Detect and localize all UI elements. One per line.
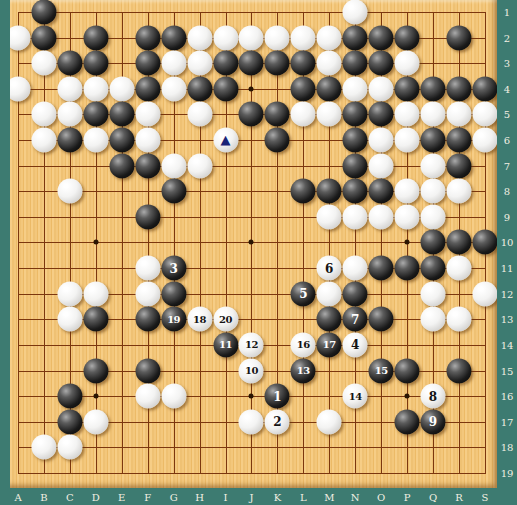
stone-M8[interactable] (317, 179, 342, 204)
stone-P3[interactable] (395, 51, 420, 76)
stone-J2[interactable] (239, 25, 264, 50)
stone-M2[interactable] (317, 25, 342, 50)
move-number: 18 (193, 314, 206, 324)
stone-L8[interactable] (291, 179, 316, 204)
stone-B1[interactable] (31, 0, 56, 25)
stone-B3[interactable] (31, 51, 56, 76)
stone-P9[interactable] (395, 204, 420, 229)
go-board[interactable]: ▲3651918207111216174101315114829 (0, 0, 497, 488)
stone-K16[interactable]: 1 (265, 384, 290, 409)
stone-P8[interactable] (395, 179, 420, 204)
move-number: 9 (429, 416, 437, 428)
move-number: 3 (169, 262, 177, 274)
stone-H7[interactable] (187, 153, 212, 178)
stone-Q10[interactable] (421, 230, 446, 255)
stone-R15[interactable] (446, 358, 471, 383)
column-label-S: S (481, 492, 488, 503)
row-label-2: 2 (504, 32, 510, 43)
stone-N13[interactable]: 7 (343, 307, 368, 332)
stone-F13[interactable] (135, 307, 160, 332)
stone-P17[interactable] (395, 409, 420, 434)
stone-I14[interactable]: 11 (213, 332, 238, 357)
stone-G7[interactable] (161, 153, 186, 178)
stone-Q9[interactable] (421, 204, 446, 229)
stone-S12[interactable] (472, 281, 497, 306)
column-label-E: E (118, 492, 125, 503)
stone-C4[interactable] (57, 76, 82, 101)
star-point (405, 394, 410, 399)
move-number: 15 (375, 366, 388, 376)
stone-L5[interactable] (291, 102, 316, 127)
move-number: 17 (323, 340, 336, 350)
stone-L2[interactable] (291, 25, 316, 50)
row-label-5: 5 (504, 109, 510, 120)
move-number: 1 (273, 390, 281, 402)
move-number: 20 (219, 314, 232, 324)
stone-C3[interactable] (57, 51, 82, 76)
stone-G4[interactable] (161, 76, 186, 101)
stone-J5[interactable] (239, 102, 264, 127)
stone-F5[interactable] (135, 102, 160, 127)
stone-N14[interactable]: 4 (343, 332, 368, 357)
stone-N8[interactable] (343, 179, 368, 204)
board-frame-left (0, 0, 10, 488)
stone-B18[interactable] (31, 435, 56, 460)
stone-F7[interactable] (135, 153, 160, 178)
stone-D5[interactable] (83, 102, 108, 127)
stone-P11[interactable] (395, 256, 420, 281)
stone-Q11[interactable] (421, 256, 446, 281)
stone-R13[interactable] (446, 307, 471, 332)
stone-C5[interactable] (57, 102, 82, 127)
row-label-4: 4 (504, 83, 510, 94)
stone-B2[interactable] (31, 25, 56, 50)
column-label-C: C (66, 492, 74, 503)
stone-R8[interactable] (446, 179, 471, 204)
column-label-F: F (144, 492, 151, 503)
stone-J3[interactable] (239, 51, 264, 76)
stone-K5[interactable] (265, 102, 290, 127)
star-point (405, 240, 410, 245)
stone-J17[interactable] (239, 409, 264, 434)
stone-Q7[interactable] (421, 153, 446, 178)
star-point (249, 86, 254, 91)
stone-L14[interactable]: 16 (291, 332, 316, 357)
stone-K2[interactable] (265, 25, 290, 50)
stone-L4[interactable] (291, 76, 316, 101)
stone-D15[interactable] (83, 358, 108, 383)
column-label-O: O (377, 492, 385, 503)
row-label-1: 1 (504, 7, 510, 18)
stone-I4[interactable] (213, 76, 238, 101)
column-label-G: G (170, 492, 178, 503)
stone-G11[interactable]: 3 (161, 256, 186, 281)
stone-L3[interactable] (291, 51, 316, 76)
column-label-L: L (300, 492, 307, 503)
stone-C16[interactable] (57, 384, 82, 409)
stone-Q13[interactable] (421, 307, 446, 332)
stone-I13[interactable]: 20 (213, 307, 238, 332)
stone-J15[interactable]: 10 (239, 358, 264, 383)
stone-O7[interactable] (369, 153, 394, 178)
stone-G8[interactable] (161, 179, 186, 204)
stone-Q8[interactable] (421, 179, 446, 204)
row-label-15: 15 (501, 365, 514, 376)
stone-O9[interactable] (369, 204, 394, 229)
stone-G2[interactable] (161, 25, 186, 50)
stone-Q17[interactable]: 9 (421, 409, 446, 434)
stone-F2[interactable] (135, 25, 160, 50)
stone-M4[interactable] (317, 76, 342, 101)
stone-S10[interactable] (472, 230, 497, 255)
stone-F11[interactable] (135, 256, 160, 281)
stone-R10[interactable] (446, 230, 471, 255)
stone-F4[interactable] (135, 76, 160, 101)
column-label-H: H (195, 492, 204, 503)
go-game-screenshot: ▲3651918207111216174101315114829 ABCDEFG… (0, 0, 517, 505)
stone-C17[interactable] (57, 409, 82, 434)
stone-O6[interactable] (369, 128, 394, 153)
stone-B5[interactable] (31, 102, 56, 127)
star-point (93, 394, 98, 399)
stone-Q12[interactable] (421, 281, 446, 306)
star-point (249, 240, 254, 245)
stone-H13[interactable]: 18 (187, 307, 212, 332)
star-point (93, 240, 98, 245)
stone-Q6[interactable] (421, 128, 446, 153)
stone-P5[interactable] (395, 102, 420, 127)
stone-O11[interactable] (369, 256, 394, 281)
stone-P6[interactable] (395, 128, 420, 153)
column-label-B: B (40, 492, 47, 503)
move-number: 11 (219, 340, 232, 350)
move-number: 8 (429, 390, 437, 402)
move-number: 5 (299, 288, 307, 300)
stone-D2[interactable] (83, 25, 108, 50)
stone-O2[interactable] (369, 25, 394, 50)
column-label-A: A (14, 492, 21, 503)
move-number: 7 (351, 313, 359, 325)
stone-R2[interactable] (446, 25, 471, 50)
column-label-I: I (224, 492, 228, 503)
row-label-16: 16 (501, 391, 514, 402)
stone-N16[interactable]: 14 (343, 384, 368, 409)
stone-P4[interactable] (395, 76, 420, 101)
row-label-8: 8 (504, 186, 510, 197)
stone-G3[interactable] (161, 51, 186, 76)
stone-E4[interactable] (109, 76, 134, 101)
stone-C18[interactable] (57, 435, 82, 460)
stone-S4[interactable] (472, 76, 497, 101)
stone-F3[interactable] (135, 51, 160, 76)
row-label-17: 17 (501, 416, 514, 427)
stone-N2[interactable] (343, 25, 368, 50)
stone-K3[interactable] (265, 51, 290, 76)
row-label-13: 13 (501, 314, 514, 325)
stone-M9[interactable] (317, 204, 342, 229)
stone-H3[interactable] (187, 51, 212, 76)
column-label-R: R (455, 492, 463, 503)
star-point (249, 394, 254, 399)
stone-L15[interactable]: 13 (291, 358, 316, 383)
row-label-18: 18 (501, 442, 514, 453)
stone-H5[interactable] (187, 102, 212, 127)
stone-N6[interactable] (343, 128, 368, 153)
stone-J14[interactable]: 12 (239, 332, 264, 357)
stone-C13[interactable] (57, 307, 82, 332)
stone-F12[interactable] (135, 281, 160, 306)
stone-N7[interactable] (343, 153, 368, 178)
stone-I3[interactable] (213, 51, 238, 76)
stone-M3[interactable] (317, 51, 342, 76)
row-label-19: 19 (501, 467, 514, 478)
move-number: 12 (245, 340, 258, 350)
stone-D4[interactable] (83, 76, 108, 101)
stone-R6[interactable] (446, 128, 471, 153)
row-label-3: 3 (504, 58, 510, 69)
column-label-K: K (274, 492, 281, 503)
stone-L12[interactable]: 5 (291, 281, 316, 306)
grid-line-horizontal (18, 447, 486, 448)
stone-O3[interactable] (369, 51, 394, 76)
move-number: 2 (273, 416, 281, 428)
stone-R11[interactable] (446, 256, 471, 281)
stone-M14[interactable]: 17 (317, 332, 342, 357)
stone-D12[interactable] (83, 281, 108, 306)
row-label-6: 6 (504, 135, 510, 146)
stone-H2[interactable] (187, 25, 212, 50)
grid-line-horizontal (18, 473, 486, 474)
stone-C6[interactable] (57, 128, 82, 153)
move-number: 19 (167, 314, 180, 324)
column-label-D: D (92, 492, 100, 503)
move-number: 14 (349, 391, 362, 401)
stone-S5[interactable] (472, 102, 497, 127)
stone-C12[interactable] (57, 281, 82, 306)
stone-D13[interactable] (83, 307, 108, 332)
stone-N4[interactable] (343, 76, 368, 101)
stone-O4[interactable] (369, 76, 394, 101)
stone-F16[interactable] (135, 384, 160, 409)
stone-H4[interactable] (187, 76, 212, 101)
stone-M17[interactable] (317, 409, 342, 434)
triangle-mark-icon: ▲ (221, 133, 231, 146)
row-label-11: 11 (501, 263, 514, 274)
row-label-12: 12 (501, 288, 514, 299)
stone-R4[interactable] (446, 76, 471, 101)
stone-O13[interactable] (369, 307, 394, 332)
stone-N9[interactable] (343, 204, 368, 229)
stone-O8[interactable] (369, 179, 394, 204)
stone-M11[interactable]: 6 (317, 256, 342, 281)
stone-P2[interactable] (395, 25, 420, 50)
row-label-9: 9 (504, 211, 510, 222)
stone-G12[interactable] (161, 281, 186, 306)
board-frame-right (497, 0, 517, 505)
stone-C8[interactable] (57, 179, 82, 204)
move-number: 6 (325, 262, 333, 274)
column-label-M: M (324, 492, 334, 503)
row-label-7: 7 (504, 160, 510, 171)
stone-Q4[interactable] (421, 76, 446, 101)
stone-N1[interactable] (343, 0, 368, 25)
stone-N3[interactable] (343, 51, 368, 76)
stone-B6[interactable] (31, 128, 56, 153)
stone-M5[interactable] (317, 102, 342, 127)
move-number: 13 (297, 366, 310, 376)
stone-E5[interactable] (109, 102, 134, 127)
column-label-J: J (249, 492, 253, 503)
stone-G16[interactable] (161, 384, 186, 409)
stone-O15[interactable]: 15 (369, 358, 394, 383)
stone-K17[interactable]: 2 (265, 409, 290, 434)
stone-O5[interactable] (369, 102, 394, 127)
stone-I2[interactable] (213, 25, 238, 50)
stone-P15[interactable] (395, 358, 420, 383)
stone-N5[interactable] (343, 102, 368, 127)
stone-M12[interactable] (317, 281, 342, 306)
stone-D3[interactable] (83, 51, 108, 76)
stone-Q16[interactable]: 8 (421, 384, 446, 409)
board-frame-bottom (0, 488, 517, 505)
stone-F15[interactable] (135, 358, 160, 383)
stone-Q5[interactable] (421, 102, 446, 127)
column-label-Q: Q (429, 492, 437, 503)
stone-F9[interactable] (135, 204, 160, 229)
stone-N12[interactable] (343, 281, 368, 306)
column-label-P: P (404, 492, 411, 503)
stone-N11[interactable] (343, 256, 368, 281)
stone-F6[interactable] (135, 128, 160, 153)
stone-K6[interactable] (265, 128, 290, 153)
stone-E7[interactable] (109, 153, 134, 178)
row-label-10: 10 (501, 237, 514, 248)
stone-M13[interactable] (317, 307, 342, 332)
stone-R5[interactable] (446, 102, 471, 127)
stone-R7[interactable] (446, 153, 471, 178)
move-number: 10 (245, 366, 258, 376)
stone-D6[interactable] (83, 128, 108, 153)
stone-D17[interactable] (83, 409, 108, 434)
row-label-14: 14 (501, 339, 514, 350)
stone-E6[interactable] (109, 128, 134, 153)
stone-I6[interactable]: ▲ (213, 128, 238, 153)
move-number: 4 (351, 339, 359, 351)
move-number: 16 (297, 340, 310, 350)
stone-S6[interactable] (472, 128, 497, 153)
column-label-N: N (351, 492, 360, 503)
stone-G13[interactable]: 19 (161, 307, 186, 332)
